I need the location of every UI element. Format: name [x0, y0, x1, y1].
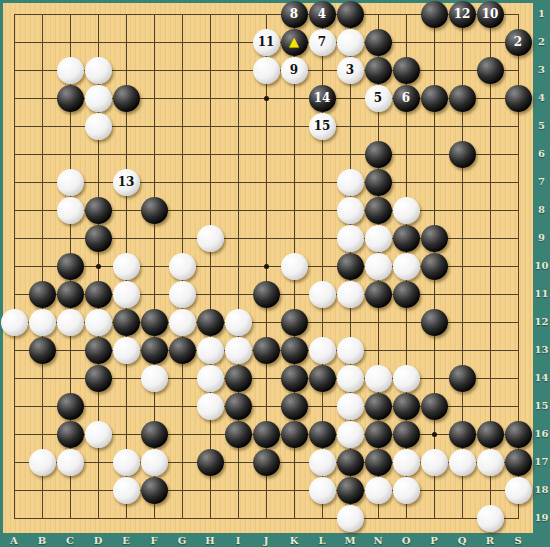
stone-black: 2: [505, 29, 532, 56]
row-label: 1: [533, 8, 550, 19]
stone-black: [113, 309, 140, 336]
row-label: 4: [533, 92, 550, 103]
row-label: 10: [533, 260, 550, 271]
stone-white: [169, 253, 196, 280]
column-label: G: [172, 535, 192, 546]
grid-line-horizontal: [14, 490, 519, 491]
stone-black: [365, 421, 392, 448]
stone-black: [225, 393, 252, 420]
stone-white: [197, 393, 224, 420]
stone-white: [29, 449, 56, 476]
stone-white: [169, 309, 196, 336]
stone-white: [365, 225, 392, 252]
stone-white: [113, 449, 140, 476]
column-label: E: [116, 535, 136, 546]
stone-white: 9: [281, 57, 308, 84]
stone-black: [309, 365, 336, 392]
stone-black: [421, 225, 448, 252]
stone-black: [337, 477, 364, 504]
stone-black: [393, 281, 420, 308]
stone-black: 12: [449, 1, 476, 28]
stone-white: [57, 197, 84, 224]
column-label: K: [284, 535, 304, 546]
stone-white: [197, 225, 224, 252]
stone-white: [85, 113, 112, 140]
stone-black: [197, 309, 224, 336]
column-label: B: [32, 535, 52, 546]
move-number-label: 14: [314, 92, 331, 104]
stone-white: [57, 309, 84, 336]
row-label: 11: [533, 288, 550, 299]
move-number-label: 10: [482, 8, 499, 20]
stone-white: [309, 449, 336, 476]
stone-white: 15: [309, 113, 336, 140]
stone-white: [337, 365, 364, 392]
stone-black: [421, 253, 448, 280]
stone-black: [85, 197, 112, 224]
stone-black: [57, 85, 84, 112]
stone-black: [449, 365, 476, 392]
star-point: [264, 264, 269, 269]
stone-white: [57, 169, 84, 196]
stone-black: [365, 197, 392, 224]
stone-black: [85, 337, 112, 364]
stone-white: [365, 365, 392, 392]
column-label: O: [396, 535, 416, 546]
star-point: [432, 432, 437, 437]
stone-white: [85, 421, 112, 448]
stone-black: 8: [281, 1, 308, 28]
column-label: P: [424, 535, 444, 546]
star-point: [264, 96, 269, 101]
stone-black: [253, 337, 280, 364]
stone-black: [85, 281, 112, 308]
stone-black: [85, 225, 112, 252]
row-label: 14: [533, 372, 550, 383]
stone-black: [29, 337, 56, 364]
stone-white: [113, 337, 140, 364]
stone-black: 14: [309, 85, 336, 112]
stone-black: [57, 421, 84, 448]
stone-white: [309, 477, 336, 504]
stone-white: [449, 449, 476, 476]
row-label: 18: [533, 484, 550, 495]
stone-black: [225, 365, 252, 392]
row-label: 17: [533, 456, 550, 467]
move-number-label: 15: [314, 120, 331, 132]
move-number-label: 2: [514, 36, 522, 48]
stone-black: [141, 309, 168, 336]
stone-black: [337, 253, 364, 280]
move-number-label: 7: [318, 36, 326, 48]
stone-white: [225, 337, 252, 364]
stone-white: [85, 57, 112, 84]
stone-black: [421, 309, 448, 336]
stone-white: [85, 85, 112, 112]
column-label: M: [340, 535, 360, 546]
stone-black: [365, 393, 392, 420]
stone-black: [253, 449, 280, 476]
stone-black: [281, 421, 308, 448]
stone-white: [141, 365, 168, 392]
stone-black: [57, 281, 84, 308]
stone-white: [393, 197, 420, 224]
stone-black: [477, 57, 504, 84]
column-label: J: [256, 535, 276, 546]
stone-white: [393, 449, 420, 476]
stone-black: [393, 57, 420, 84]
stone-black: [253, 281, 280, 308]
move-number-label: 5: [374, 92, 382, 104]
stone-white: [169, 281, 196, 308]
stone-white: [197, 365, 224, 392]
stone-black: [29, 281, 56, 308]
row-label: 7: [533, 176, 550, 187]
stone-black: [141, 477, 168, 504]
move-number-label: 12: [454, 8, 471, 20]
column-label: H: [200, 535, 220, 546]
stone-white: [393, 253, 420, 280]
stone-white: [141, 449, 168, 476]
stone-white: [365, 253, 392, 280]
stone-black: [113, 85, 140, 112]
stone-black: [169, 337, 196, 364]
stone-black: [365, 281, 392, 308]
stone-white: 7: [309, 29, 336, 56]
row-label: 6: [533, 148, 550, 159]
stone-white: [337, 505, 364, 532]
column-label: S: [508, 535, 528, 546]
stone-black: [365, 449, 392, 476]
stone-white: 11: [253, 29, 280, 56]
stone-black: [505, 449, 532, 476]
column-label: R: [480, 535, 500, 546]
stone-black: [365, 29, 392, 56]
stone-black: [505, 421, 532, 448]
stone-white: [337, 29, 364, 56]
stone-black: [281, 393, 308, 420]
stone-white: [253, 57, 280, 84]
move-number-label: 13: [118, 176, 135, 188]
star-point: [96, 264, 101, 269]
stone-white: [337, 281, 364, 308]
stone-white: [113, 281, 140, 308]
column-label: I: [228, 535, 248, 546]
grid-line-horizontal: [14, 518, 519, 519]
row-label: 13: [533, 344, 550, 355]
stone-black: [141, 421, 168, 448]
move-number-label: 4: [318, 8, 326, 20]
column-label: Q: [452, 535, 472, 546]
stone-black: [421, 1, 448, 28]
go-board-screenshot: 84121011▲729314561513ABCDEFGHIJKLMNOPQRS…: [0, 0, 550, 547]
column-label: N: [368, 535, 388, 546]
stone-white: [337, 393, 364, 420]
stone-black: [449, 85, 476, 112]
stone-white: [113, 477, 140, 504]
stone-white: [393, 365, 420, 392]
row-label: 12: [533, 316, 550, 327]
stone-white: [29, 309, 56, 336]
row-label: 9: [533, 232, 550, 243]
stone-black: [505, 85, 532, 112]
stone-white: [225, 309, 252, 336]
stone-white: [337, 225, 364, 252]
stone-black: 6: [393, 85, 420, 112]
stone-black: [477, 421, 504, 448]
move-number-label: 11: [258, 36, 275, 48]
triangle-marker: ▲: [289, 35, 299, 48]
stone-white: [337, 421, 364, 448]
stone-white: [477, 449, 504, 476]
stone-black: [421, 393, 448, 420]
column-label: F: [144, 535, 164, 546]
move-number-label: 3: [346, 64, 354, 76]
stone-black: [393, 225, 420, 252]
stone-white: [337, 197, 364, 224]
move-number-label: 8: [290, 8, 298, 20]
stone-black: [365, 141, 392, 168]
stone-black: [393, 421, 420, 448]
stone-black: [57, 253, 84, 280]
stone-white: 13: [113, 169, 140, 196]
stone-black: [85, 365, 112, 392]
stone-white: [505, 477, 532, 504]
stone-black: [57, 393, 84, 420]
stone-black: [197, 449, 224, 476]
column-label: D: [88, 535, 108, 546]
stone-white: 5: [365, 85, 392, 112]
stone-black: [365, 57, 392, 84]
stone-black: [281, 365, 308, 392]
column-label: L: [312, 535, 332, 546]
stone-black: [337, 1, 364, 28]
stone-white: [309, 337, 336, 364]
stone-white: [113, 253, 140, 280]
stone-black: [365, 169, 392, 196]
stone-black: 4: [309, 1, 336, 28]
move-number-label: 9: [290, 64, 298, 76]
stone-white: [57, 57, 84, 84]
stone-black: [449, 421, 476, 448]
row-label: 16: [533, 428, 550, 439]
stone-white: [337, 337, 364, 364]
stone-white: [197, 337, 224, 364]
stone-white: [337, 169, 364, 196]
row-label: 19: [533, 512, 550, 523]
stone-white: [421, 449, 448, 476]
row-label: 5: [533, 120, 550, 131]
stone-black: [253, 421, 280, 448]
stone-black: [337, 449, 364, 476]
stone-white: [1, 309, 28, 336]
stone-black: [393, 393, 420, 420]
stone-white: [85, 309, 112, 336]
stone-white: [393, 477, 420, 504]
row-label: 3: [533, 64, 550, 75]
stone-white: [309, 281, 336, 308]
move-number-label: 6: [402, 92, 410, 104]
stone-black: [281, 337, 308, 364]
stone-white: [365, 477, 392, 504]
column-label: C: [60, 535, 80, 546]
row-label: 8: [533, 204, 550, 215]
stone-black: [449, 141, 476, 168]
stone-black: [309, 421, 336, 448]
row-label: 2: [533, 36, 550, 47]
stone-white: [281, 253, 308, 280]
stone-black: 10: [477, 1, 504, 28]
column-label: A: [4, 535, 24, 546]
stone-black: ▲: [281, 29, 308, 56]
stone-white: 3: [337, 57, 364, 84]
stone-white: [477, 505, 504, 532]
stone-white: [57, 449, 84, 476]
stone-black: [281, 309, 308, 336]
stone-black: [141, 197, 168, 224]
stone-black: [421, 85, 448, 112]
stone-black: [225, 421, 252, 448]
row-label: 15: [533, 400, 550, 411]
board-frame-left: [0, 0, 3, 547]
stone-black: [141, 337, 168, 364]
